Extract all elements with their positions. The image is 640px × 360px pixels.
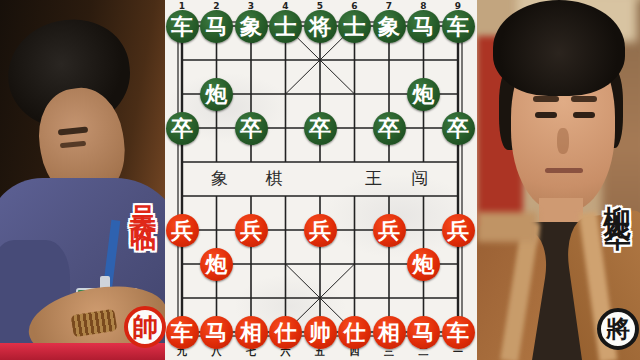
- right-player-eye: [573, 112, 595, 118]
- right-player-mouth: [545, 168, 583, 173]
- piece-仕-red: 仕: [338, 316, 371, 349]
- right-player-name: 柳大华: [604, 184, 631, 211]
- right-player-eye: [535, 112, 557, 118]
- piece-卒-green: 卒: [442, 112, 475, 145]
- piece-象-green: 象: [373, 10, 406, 43]
- piece-车-red: 车: [442, 316, 475, 349]
- river-label-left: 象 棋: [211, 167, 298, 190]
- right-player-nose: [557, 128, 569, 154]
- black-general-badge: 將: [597, 308, 639, 350]
- video-frame: 象 棋 王 闯 123456789 九八七六五四三二一 车马象士将士象马车炮炮卒…: [0, 0, 640, 360]
- piece-车-green: 车: [166, 10, 199, 43]
- piece-炮-green: 炮: [407, 78, 440, 111]
- piece-帅-red: 帅: [304, 316, 337, 349]
- piece-士-green: 士: [338, 10, 371, 43]
- piece-兵-red: 兵: [166, 214, 199, 247]
- right-player-eyebrow: [533, 96, 559, 102]
- right-player-hair: [493, 0, 625, 96]
- piece-兵-red: 兵: [442, 214, 475, 247]
- piece-相-red: 相: [373, 316, 406, 349]
- piece-马-green: 马: [407, 10, 440, 43]
- piece-仕-red: 仕: [269, 316, 302, 349]
- piece-炮-red: 炮: [200, 248, 233, 281]
- red-general-badge: 帥: [124, 306, 166, 348]
- piece-相-red: 相: [235, 316, 268, 349]
- piece-象-green: 象: [235, 10, 268, 43]
- piece-马-red: 马: [407, 316, 440, 349]
- right-player-fur-collar: [477, 212, 537, 242]
- right-player-photo: [477, 0, 640, 360]
- piece-马-green: 马: [200, 10, 233, 43]
- piece-兵-red: 兵: [235, 214, 268, 247]
- xiangqi-board: 象 棋 王 闯 123456789 九八七六五四三二一 车马象士将士象马车炮炮卒…: [165, 0, 477, 360]
- piece-炮-green: 炮: [200, 78, 233, 111]
- piece-卒-green: 卒: [304, 112, 337, 145]
- piece-士-green: 士: [269, 10, 302, 43]
- piece-将-green: 将: [304, 10, 337, 43]
- piece-炮-red: 炮: [407, 248, 440, 281]
- left-player-name: 吴贵临: [130, 184, 157, 211]
- piece-兵-red: 兵: [304, 214, 337, 247]
- right-player-eyebrow: [571, 96, 597, 102]
- piece-车-green: 车: [442, 10, 475, 43]
- river-label-right: 王 闯: [365, 167, 440, 190]
- piece-卒-green: 卒: [373, 112, 406, 145]
- piece-车-red: 车: [166, 316, 199, 349]
- piece-马-red: 马: [200, 316, 233, 349]
- piece-兵-red: 兵: [373, 214, 406, 247]
- piece-卒-green: 卒: [235, 112, 268, 145]
- piece-卒-green: 卒: [166, 112, 199, 145]
